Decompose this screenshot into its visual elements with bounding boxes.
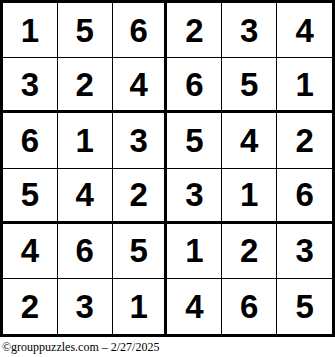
sudoku-page: 156234324651613542542316465123231465 ©gr… xyxy=(0,0,335,357)
cell-r2c4: 6 xyxy=(167,58,222,113)
cell-r6c3: 1 xyxy=(113,279,168,334)
cell-r1c1: 1 xyxy=(3,3,58,58)
cell-r6c5: 6 xyxy=(222,279,277,334)
cell-r3c6: 2 xyxy=(277,113,332,168)
cell-r1c5: 3 xyxy=(222,3,277,58)
copyright-credit: ©grouppuzzles.com – 2/27/2025 xyxy=(2,340,335,354)
cell-r6c1: 2 xyxy=(3,279,58,334)
cell-r6c4: 4 xyxy=(167,279,222,334)
cell-r4c3: 2 xyxy=(113,169,168,224)
cell-r1c6: 4 xyxy=(277,3,332,58)
cell-r2c1: 3 xyxy=(3,58,58,113)
sudoku-board: 156234324651613542542316465123231465 xyxy=(0,0,335,337)
cell-r2c3: 4 xyxy=(113,58,168,113)
cell-r1c3: 6 xyxy=(113,3,168,58)
cell-r2c5: 5 xyxy=(222,58,277,113)
cell-r3c3: 3 xyxy=(113,113,168,168)
cell-r4c6: 6 xyxy=(277,169,332,224)
cell-r6c2: 3 xyxy=(58,279,113,334)
cell-r3c5: 4 xyxy=(222,113,277,168)
cell-r1c2: 5 xyxy=(58,3,113,58)
cell-r1c4: 2 xyxy=(167,3,222,58)
cell-r3c2: 1 xyxy=(58,113,113,168)
cell-r4c2: 4 xyxy=(58,169,113,224)
cell-r4c1: 5 xyxy=(3,169,58,224)
cell-r4c4: 3 xyxy=(167,169,222,224)
cell-r5c1: 4 xyxy=(3,224,58,279)
cell-r5c6: 3 xyxy=(277,224,332,279)
cell-r5c4: 1 xyxy=(167,224,222,279)
cell-r4c5: 1 xyxy=(222,169,277,224)
cell-r3c4: 5 xyxy=(167,113,222,168)
cell-r6c6: 5 xyxy=(277,279,332,334)
cell-r2c6: 1 xyxy=(277,58,332,113)
cell-r2c2: 2 xyxy=(58,58,113,113)
cell-r5c5: 2 xyxy=(222,224,277,279)
cell-r5c2: 6 xyxy=(58,224,113,279)
cell-r5c3: 5 xyxy=(113,224,168,279)
cell-r3c1: 6 xyxy=(3,113,58,168)
